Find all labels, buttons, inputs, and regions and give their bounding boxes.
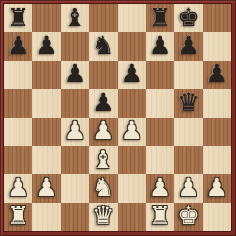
square-d7[interactable]: ♞ — [89, 32, 117, 60]
piece-black-bishop[interactable]: ♝ — [64, 5, 86, 30]
piece-white-king[interactable]: ♚ — [177, 203, 199, 228]
square-c3[interactable] — [61, 146, 89, 174]
square-h5[interactable] — [203, 89, 231, 117]
square-b6[interactable] — [32, 61, 60, 89]
piece-black-pawn[interactable]: ♟ — [64, 61, 86, 86]
square-c2[interactable] — [61, 174, 89, 202]
square-g1[interactable]: ♚ — [174, 203, 202, 231]
square-h7[interactable] — [203, 32, 231, 60]
square-a2[interactable]: ♟ — [4, 174, 32, 202]
piece-black-rook[interactable]: ♜ — [149, 5, 171, 30]
piece-black-pawn[interactable]: ♟ — [35, 33, 57, 58]
square-g2[interactable]: ♟ — [174, 174, 202, 202]
square-e1[interactable] — [118, 203, 146, 231]
piece-white-knight[interactable]: ♞ — [92, 175, 114, 200]
piece-white-pawn[interactable]: ♟ — [7, 175, 29, 200]
board-frame: ♜♝♜♚♟♟♞♟♟♟♟♟♟♛♟♟♟♝♟♟♞♟♟♟♜♛♜♚ — [0, 0, 236, 236]
square-c8[interactable]: ♝ — [61, 4, 89, 32]
piece-white-pawn[interactable]: ♟ — [177, 175, 199, 200]
square-d3[interactable]: ♝ — [89, 146, 117, 174]
square-c1[interactable] — [61, 203, 89, 231]
piece-black-rook[interactable]: ♜ — [7, 5, 29, 30]
piece-white-pawn[interactable]: ♟ — [120, 118, 142, 143]
square-d1[interactable]: ♛ — [89, 203, 117, 231]
square-d5[interactable]: ♟ — [89, 89, 117, 117]
square-e3[interactable] — [118, 146, 146, 174]
square-h1[interactable] — [203, 203, 231, 231]
square-d2[interactable]: ♞ — [89, 174, 117, 202]
square-b1[interactable] — [32, 203, 60, 231]
square-g6[interactable] — [174, 61, 202, 89]
square-b7[interactable]: ♟ — [32, 32, 60, 60]
square-f5[interactable] — [146, 89, 174, 117]
square-a5[interactable] — [4, 89, 32, 117]
piece-white-pawn[interactable]: ♟ — [35, 175, 57, 200]
square-h8[interactable] — [203, 4, 231, 32]
square-c4[interactable]: ♟ — [61, 118, 89, 146]
square-d6[interactable] — [89, 61, 117, 89]
square-f7[interactable]: ♟ — [146, 32, 174, 60]
square-g4[interactable] — [174, 118, 202, 146]
square-c7[interactable] — [61, 32, 89, 60]
square-h4[interactable] — [203, 118, 231, 146]
square-b3[interactable] — [32, 146, 60, 174]
square-h2[interactable]: ♟ — [203, 174, 231, 202]
square-a7[interactable]: ♟ — [4, 32, 32, 60]
square-b8[interactable] — [32, 4, 60, 32]
piece-black-pawn[interactable]: ♟ — [120, 61, 142, 86]
square-a4[interactable] — [4, 118, 32, 146]
square-c6[interactable]: ♟ — [61, 61, 89, 89]
piece-black-pawn[interactable]: ♟ — [206, 61, 228, 86]
square-e8[interactable] — [118, 4, 146, 32]
square-d4[interactable]: ♟ — [89, 118, 117, 146]
piece-black-knight[interactable]: ♞ — [92, 33, 114, 58]
square-b4[interactable] — [32, 118, 60, 146]
piece-white-pawn[interactable]: ♟ — [92, 118, 114, 143]
square-e7[interactable] — [118, 32, 146, 60]
square-e2[interactable] — [118, 174, 146, 202]
piece-black-pawn[interactable]: ♟ — [92, 90, 114, 115]
square-g8[interactable]: ♚ — [174, 4, 202, 32]
square-c5[interactable] — [61, 89, 89, 117]
piece-white-rook[interactable]: ♜ — [7, 203, 29, 228]
piece-white-bishop[interactable]: ♝ — [92, 147, 114, 172]
piece-white-queen[interactable]: ♛ — [92, 203, 114, 228]
square-a3[interactable] — [4, 146, 32, 174]
piece-white-pawn[interactable]: ♟ — [206, 175, 228, 200]
square-b2[interactable]: ♟ — [32, 174, 60, 202]
square-a8[interactable]: ♜ — [4, 4, 32, 32]
square-g3[interactable] — [174, 146, 202, 174]
square-e4[interactable]: ♟ — [118, 118, 146, 146]
square-g7[interactable]: ♟ — [174, 32, 202, 60]
piece-white-pawn[interactable]: ♟ — [149, 175, 171, 200]
square-f2[interactable]: ♟ — [146, 174, 174, 202]
square-h6[interactable]: ♟ — [203, 61, 231, 89]
piece-black-king[interactable]: ♚ — [177, 5, 199, 30]
square-f3[interactable] — [146, 146, 174, 174]
square-h3[interactable] — [203, 146, 231, 174]
square-g5[interactable]: ♛ — [174, 89, 202, 117]
square-e6[interactable]: ♟ — [118, 61, 146, 89]
square-b5[interactable] — [32, 89, 60, 117]
piece-white-pawn[interactable]: ♟ — [64, 118, 86, 143]
square-e5[interactable] — [118, 89, 146, 117]
piece-black-pawn[interactable]: ♟ — [177, 33, 199, 58]
square-f6[interactable] — [146, 61, 174, 89]
square-f8[interactable]: ♜ — [146, 4, 174, 32]
square-a6[interactable] — [4, 61, 32, 89]
chess-board: ♜♝♜♚♟♟♞♟♟♟♟♟♟♛♟♟♟♝♟♟♞♟♟♟♜♛♜♚ — [4, 4, 231, 231]
square-a1[interactable]: ♜ — [4, 203, 32, 231]
square-d8[interactable] — [89, 4, 117, 32]
piece-black-pawn[interactable]: ♟ — [7, 33, 29, 58]
piece-black-pawn[interactable]: ♟ — [149, 33, 171, 58]
piece-white-rook[interactable]: ♜ — [149, 203, 171, 228]
square-f4[interactable] — [146, 118, 174, 146]
square-f1[interactable]: ♜ — [146, 203, 174, 231]
piece-black-queen[interactable]: ♛ — [177, 90, 199, 115]
